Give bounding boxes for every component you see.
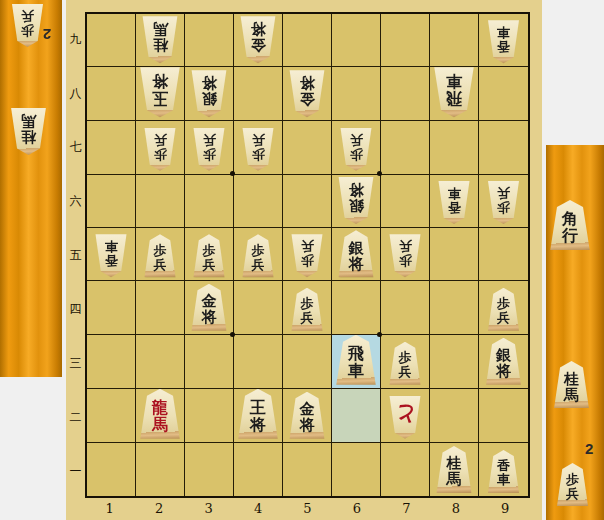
piece-sente-銀将[interactable]: 銀将 — [191, 70, 228, 117]
square-8二[interactable] — [430, 389, 479, 443]
shogi-app: 九八七六五四三二一 桂馬金将香車玉将銀将金将飛車歩兵歩兵歩兵歩兵銀将香車歩兵香車… — [0, 0, 604, 520]
file-labels: 123456789 — [85, 498, 530, 518]
square-7七[interactable] — [381, 121, 430, 174]
piece-gote-歩兵[interactable]: 歩兵 — [291, 288, 324, 331]
square-6七[interactable]: 歩兵 — [332, 121, 381, 174]
square-8七[interactable] — [430, 121, 479, 174]
square-4五[interactable]: 歩兵 — [234, 228, 283, 281]
piece-sente-歩兵[interactable]: 歩兵 — [144, 128, 177, 171]
square-6二[interactable] — [332, 389, 381, 443]
piece-sente-歩兵[interactable]: 歩兵 — [291, 234, 324, 277]
square-6一[interactable] — [332, 443, 381, 496]
square-1七[interactable] — [87, 121, 136, 174]
square-9四[interactable]: 歩兵 — [479, 281, 528, 334]
square-9九[interactable]: 香車 — [479, 14, 528, 67]
square-7二[interactable]: と — [381, 389, 430, 443]
hoshi-dot — [377, 332, 382, 337]
square-3七[interactable]: 歩兵 — [185, 121, 234, 174]
rank-label-七: 七 — [66, 120, 85, 174]
piece-sente-香車[interactable]: 香車 — [438, 181, 471, 224]
square-5一[interactable] — [283, 443, 332, 496]
square-7五[interactable]: 歩兵 — [381, 228, 430, 281]
square-3一[interactable] — [185, 443, 234, 496]
square-5七[interactable] — [283, 121, 332, 174]
square-8九[interactable] — [430, 14, 479, 67]
file-label-6: 6 — [332, 498, 381, 518]
square-5五[interactable]: 歩兵 — [283, 228, 332, 281]
rank-label-五: 五 — [66, 228, 85, 282]
hand-count: 2 — [585, 440, 593, 457]
piece-sente-桂馬[interactable]: 桂馬 — [10, 108, 47, 155]
square-5九[interactable] — [283, 14, 332, 67]
piece-gote-香車[interactable]: 香車 — [487, 450, 520, 493]
square-9一[interactable]: 香車 — [479, 443, 528, 496]
square-2六[interactable] — [136, 175, 185, 228]
piece-sente-銀将[interactable]: 銀将 — [338, 177, 375, 224]
square-2二[interactable]: 龍馬 — [136, 389, 185, 443]
rank-label-八: 八 — [66, 66, 85, 120]
square-8六[interactable]: 香車 — [430, 175, 479, 228]
file-label-4: 4 — [233, 498, 282, 518]
square-1一[interactable] — [87, 443, 136, 496]
square-7六[interactable] — [381, 175, 430, 228]
piece-sente-歩兵[interactable]: 歩兵 — [242, 128, 275, 171]
square-4八[interactable] — [234, 67, 283, 121]
piece-gote-角行[interactable]: 角行 — [549, 200, 591, 250]
square-2七[interactable]: 歩兵 — [136, 121, 185, 174]
square-6六[interactable]: 銀将 — [332, 175, 381, 228]
square-5八[interactable]: 金将 — [283, 67, 332, 121]
square-1八[interactable] — [87, 67, 136, 121]
piece-gote-歩兵[interactable]: 歩兵 — [242, 234, 275, 277]
square-5三[interactable] — [283, 335, 332, 389]
square-8四[interactable] — [430, 281, 479, 334]
file-label-1: 1 — [85, 498, 134, 518]
square-2一[interactable] — [136, 443, 185, 496]
piece-sente-桂馬[interactable]: 桂馬 — [142, 16, 179, 63]
piece-gote-飛車[interactable]: 飛車 — [335, 335, 377, 385]
square-6九[interactable] — [332, 14, 381, 67]
piece-gote-龍馬[interactable]: 龍馬 — [139, 389, 181, 439]
hoshi-dot — [230, 332, 235, 337]
piece-gote-金将[interactable]: 金将 — [191, 284, 228, 331]
hand-count: 2 — [43, 26, 51, 43]
square-6三[interactable]: 飛車 — [332, 335, 381, 389]
square-1五[interactable]: 香車 — [87, 228, 136, 281]
piece-sente-歩兵[interactable]: 歩兵 — [389, 234, 422, 277]
square-4四[interactable] — [234, 281, 283, 334]
sente-hand-tray: 歩兵2桂馬 — [0, 0, 62, 377]
piece-sente-歩兵[interactable]: 歩兵 — [11, 4, 44, 47]
square-8三[interactable] — [430, 335, 479, 389]
square-1二[interactable] — [87, 389, 136, 443]
piece-sente-金将[interactable]: 金将 — [240, 16, 277, 63]
square-3三[interactable] — [185, 335, 234, 389]
square-9三[interactable]: 銀将 — [479, 335, 528, 389]
square-3九[interactable] — [185, 14, 234, 67]
square-4一[interactable] — [234, 443, 283, 496]
rank-label-九: 九 — [66, 12, 85, 66]
square-1九[interactable] — [87, 14, 136, 67]
board-area: 桂馬金将香車玉将銀将金将飛車歩兵歩兵歩兵歩兵銀将香車歩兵香車歩兵歩兵歩兵歩兵銀将… — [85, 12, 530, 498]
piece-sente-金将[interactable]: 金将 — [289, 70, 326, 117]
rank-label-一: 一 — [66, 444, 85, 498]
square-9七[interactable] — [479, 121, 528, 174]
square-4六[interactable] — [234, 175, 283, 228]
hoshi-dot — [377, 171, 382, 176]
rank-label-三: 三 — [66, 336, 85, 390]
piece-gote-歩兵[interactable]: 歩兵 — [193, 234, 226, 277]
square-4七[interactable]: 歩兵 — [234, 121, 283, 174]
square-1三[interactable] — [87, 335, 136, 389]
rank-label-二: 二 — [66, 390, 85, 444]
square-3五[interactable]: 歩兵 — [185, 228, 234, 281]
piece-gote-銀将[interactable]: 銀将 — [485, 338, 522, 385]
square-9五[interactable] — [479, 228, 528, 281]
square-6四[interactable] — [332, 281, 381, 334]
piece-sente-香車[interactable]: 香車 — [487, 20, 520, 63]
hoshi-dot — [230, 171, 235, 176]
piece-sente-香車[interactable]: 香車 — [95, 234, 128, 277]
square-2八[interactable]: 玉将 — [136, 67, 185, 121]
square-3六[interactable] — [185, 175, 234, 228]
square-4二[interactable]: 王将 — [234, 389, 283, 443]
file-label-7: 7 — [382, 498, 431, 518]
square-2四[interactable] — [136, 281, 185, 334]
piece-sente-歩兵[interactable]: 歩兵 — [340, 128, 373, 171]
square-2五[interactable]: 歩兵 — [136, 228, 185, 281]
piece-gote-桂馬[interactable]: 桂馬 — [553, 361, 590, 408]
piece-gote-歩兵[interactable]: 歩兵 — [487, 288, 520, 331]
square-6八[interactable] — [332, 67, 381, 121]
square-3四[interactable]: 金将 — [185, 281, 234, 334]
shogi-board: 桂馬金将香車玉将銀将金将飛車歩兵歩兵歩兵歩兵銀将香車歩兵香車歩兵歩兵歩兵歩兵銀将… — [85, 12, 530, 498]
piece-gote-歩兵[interactable]: 歩兵 — [556, 463, 589, 506]
square-1四[interactable] — [87, 281, 136, 334]
square-4九[interactable]: 金将 — [234, 14, 283, 67]
square-5六[interactable] — [283, 175, 332, 228]
square-8八[interactable]: 飛車 — [430, 67, 479, 121]
square-6五[interactable]: 銀将 — [332, 228, 381, 281]
piece-gote-金将[interactable]: 金将 — [289, 392, 326, 439]
piece-gote-歩兵[interactable]: 歩兵 — [144, 234, 177, 277]
square-2九[interactable]: 桂馬 — [136, 14, 185, 67]
square-3八[interactable]: 銀将 — [185, 67, 234, 121]
piece-sente-歩兵[interactable]: 歩兵 — [487, 181, 520, 224]
square-2三[interactable] — [136, 335, 185, 389]
square-9六[interactable]: 歩兵 — [479, 175, 528, 228]
piece-sente-と[interactable]: と — [389, 396, 422, 439]
square-7四[interactable] — [381, 281, 430, 334]
square-8一[interactable]: 桂馬 — [430, 443, 479, 496]
square-1六[interactable] — [87, 175, 136, 228]
piece-gote-銀将[interactable]: 銀将 — [338, 230, 375, 277]
square-5四[interactable]: 歩兵 — [283, 281, 332, 334]
piece-sente-玉将[interactable]: 玉将 — [139, 67, 181, 117]
square-7九[interactable] — [381, 14, 430, 67]
piece-sente-飛車[interactable]: 飛車 — [433, 67, 475, 117]
file-label-9: 9 — [481, 498, 530, 518]
square-4三[interactable] — [234, 335, 283, 389]
gote-hand-tray: 角行桂馬歩兵2 — [546, 145, 604, 520]
square-7一[interactable] — [381, 443, 430, 496]
piece-gote-桂馬[interactable]: 桂馬 — [436, 446, 473, 493]
piece-gote-王将[interactable]: 王将 — [237, 389, 279, 439]
square-9八[interactable] — [479, 67, 528, 121]
square-7八[interactable] — [381, 67, 430, 121]
file-label-8: 8 — [431, 498, 480, 518]
square-9二[interactable] — [479, 389, 528, 443]
file-label-2: 2 — [134, 498, 183, 518]
square-3二[interactable] — [185, 389, 234, 443]
file-label-5: 5 — [283, 498, 332, 518]
rank-label-四: 四 — [66, 282, 85, 336]
piece-sente-歩兵[interactable]: 歩兵 — [193, 128, 226, 171]
square-5二[interactable]: 金将 — [283, 389, 332, 443]
square-7三[interactable]: 歩兵 — [381, 335, 430, 389]
piece-gote-歩兵[interactable]: 歩兵 — [389, 342, 422, 385]
rank-labels: 九八七六五四三二一 — [66, 12, 85, 498]
board-panel: 九八七六五四三二一 桂馬金将香車玉将銀将金将飛車歩兵歩兵歩兵歩兵銀将香車歩兵香車… — [66, 0, 542, 520]
square-8五[interactable] — [430, 228, 479, 281]
rank-label-六: 六 — [66, 174, 85, 228]
file-label-3: 3 — [184, 498, 233, 518]
